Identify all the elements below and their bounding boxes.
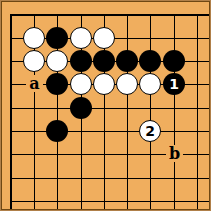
grid-line-v [127, 14, 128, 211]
board-top-edge-line [10, 14, 211, 16]
black-stone [46, 73, 68, 95]
black-stone [70, 50, 92, 72]
black-stone [163, 50, 185, 72]
go-diagram: a12b [0, 0, 211, 211]
white-stone [93, 73, 115, 95]
grid-line-h [10, 108, 211, 109]
black-stone [70, 97, 92, 119]
grid-line-v [197, 14, 198, 211]
black-stone [139, 50, 161, 72]
move-stone-1: 1 [163, 73, 185, 95]
black-stone [46, 27, 68, 49]
move-stone-2: 2 [139, 120, 161, 142]
board-left-edge-line [10, 14, 12, 211]
grid-line-h [10, 131, 211, 132]
white-stone [139, 73, 161, 95]
white-stone [116, 73, 138, 95]
grid-line-h [10, 178, 211, 179]
black-stone [116, 50, 138, 72]
point-label-b: b [166, 145, 183, 162]
go-board: a12b [0, 0, 211, 211]
white-stone [23, 27, 45, 49]
white-stone [93, 27, 115, 49]
grid-line-v [174, 14, 175, 211]
black-stone [46, 120, 68, 142]
white-stone [23, 50, 45, 72]
white-stone [70, 27, 92, 49]
grid-line-v [150, 14, 151, 211]
white-stone [46, 50, 68, 72]
grid-line-h [10, 201, 211, 202]
point-label-a: a [26, 75, 43, 92]
white-stone [70, 73, 92, 95]
black-stone [93, 50, 115, 72]
